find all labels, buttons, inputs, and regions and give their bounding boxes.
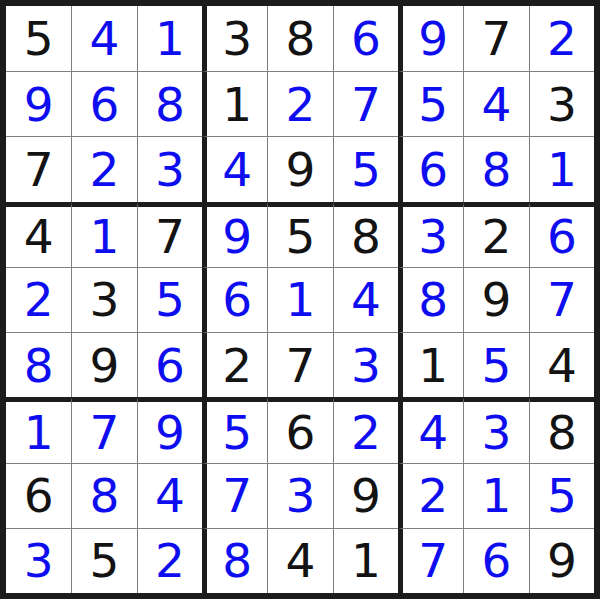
sudoku-cell-r3c3[interactable]: 3 bbox=[137, 136, 202, 201]
sudoku-cell-r3c2[interactable]: 2 bbox=[71, 136, 136, 201]
sudoku-cell-r9c2[interactable]: 5 bbox=[71, 528, 136, 593]
sudoku-cell-r8c5[interactable]: 3 bbox=[267, 463, 332, 528]
sudoku-cell-r2c4[interactable]: 1 bbox=[202, 71, 267, 136]
sudoku-cell-r4c9[interactable]: 6 bbox=[529, 202, 594, 267]
sudoku-cell-r7c2[interactable]: 7 bbox=[71, 397, 136, 462]
sudoku-cell-r3c8[interactable]: 8 bbox=[463, 136, 528, 201]
sudoku-cell-r7c1[interactable]: 1 bbox=[6, 397, 71, 462]
sudoku-cell-r4c1[interactable]: 4 bbox=[6, 202, 71, 267]
sudoku-cell-r6c3[interactable]: 6 bbox=[137, 332, 202, 397]
sudoku-cell-r6c5[interactable]: 7 bbox=[267, 332, 332, 397]
sudoku-cell-r5c4[interactable]: 6 bbox=[202, 267, 267, 332]
sudoku-cell-r5c8[interactable]: 9 bbox=[463, 267, 528, 332]
sudoku-cell-r7c3[interactable]: 9 bbox=[137, 397, 202, 462]
sudoku-cell-r7c6[interactable]: 2 bbox=[333, 397, 398, 462]
sudoku-cell-r6c4[interactable]: 2 bbox=[202, 332, 267, 397]
sudoku-cell-r2c2[interactable]: 6 bbox=[71, 71, 136, 136]
sudoku-cell-r1c6[interactable]: 6 bbox=[333, 6, 398, 71]
sudoku-cell-r5c6[interactable]: 4 bbox=[333, 267, 398, 332]
sudoku-cell-r4c5[interactable]: 5 bbox=[267, 202, 332, 267]
sudoku-board: 5413869729681275437234956814179583262356… bbox=[0, 0, 600, 599]
sudoku-cell-r3c5[interactable]: 9 bbox=[267, 136, 332, 201]
sudoku-cell-r1c2[interactable]: 4 bbox=[71, 6, 136, 71]
sudoku-cell-r2c5[interactable]: 2 bbox=[267, 71, 332, 136]
sudoku-cell-r6c6[interactable]: 3 bbox=[333, 332, 398, 397]
sudoku-cell-r6c9[interactable]: 4 bbox=[529, 332, 594, 397]
sudoku-cell-r9c3[interactable]: 2 bbox=[137, 528, 202, 593]
sudoku-cell-r4c2[interactable]: 1 bbox=[71, 202, 136, 267]
sudoku-cell-r1c4[interactable]: 3 bbox=[202, 6, 267, 71]
sudoku-cell-r2c8[interactable]: 4 bbox=[463, 71, 528, 136]
sudoku-cell-r5c1[interactable]: 2 bbox=[6, 267, 71, 332]
sudoku-cell-r9c1[interactable]: 3 bbox=[6, 528, 71, 593]
sudoku-cell-r6c7[interactable]: 1 bbox=[398, 332, 463, 397]
sudoku-cell-r8c7[interactable]: 2 bbox=[398, 463, 463, 528]
sudoku-cell-r3c6[interactable]: 5 bbox=[333, 136, 398, 201]
sudoku-cell-r3c1[interactable]: 7 bbox=[6, 136, 71, 201]
sudoku-cell-r4c7[interactable]: 3 bbox=[398, 202, 463, 267]
sudoku-cell-r5c7[interactable]: 8 bbox=[398, 267, 463, 332]
sudoku-cell-r4c3[interactable]: 7 bbox=[137, 202, 202, 267]
sudoku-cell-r2c3[interactable]: 8 bbox=[137, 71, 202, 136]
sudoku-cell-r7c8[interactable]: 3 bbox=[463, 397, 528, 462]
sudoku-cell-r1c3[interactable]: 1 bbox=[137, 6, 202, 71]
sudoku-cell-r8c9[interactable]: 5 bbox=[529, 463, 594, 528]
sudoku-cell-r3c9[interactable]: 1 bbox=[529, 136, 594, 201]
sudoku-cell-r9c8[interactable]: 6 bbox=[463, 528, 528, 593]
sudoku-cell-r1c8[interactable]: 7 bbox=[463, 6, 528, 71]
sudoku-cell-r8c1[interactable]: 6 bbox=[6, 463, 71, 528]
sudoku-cell-r1c7[interactable]: 9 bbox=[398, 6, 463, 71]
sudoku-cell-r2c7[interactable]: 5 bbox=[398, 71, 463, 136]
sudoku-cell-r7c5[interactable]: 6 bbox=[267, 397, 332, 462]
sudoku-cell-r9c4[interactable]: 8 bbox=[202, 528, 267, 593]
sudoku-cell-r3c7[interactable]: 6 bbox=[398, 136, 463, 201]
sudoku-cell-r4c4[interactable]: 9 bbox=[202, 202, 267, 267]
sudoku-cell-r2c6[interactable]: 7 bbox=[333, 71, 398, 136]
sudoku-cell-r5c5[interactable]: 1 bbox=[267, 267, 332, 332]
sudoku-cell-r8c3[interactable]: 4 bbox=[137, 463, 202, 528]
sudoku-cell-r1c5[interactable]: 8 bbox=[267, 6, 332, 71]
sudoku-cell-r3c4[interactable]: 4 bbox=[202, 136, 267, 201]
sudoku-cell-r7c4[interactable]: 5 bbox=[202, 397, 267, 462]
sudoku-cell-r9c6[interactable]: 1 bbox=[333, 528, 398, 593]
sudoku-cell-r8c2[interactable]: 8 bbox=[71, 463, 136, 528]
sudoku-cell-r5c3[interactable]: 5 bbox=[137, 267, 202, 332]
sudoku-cell-r8c4[interactable]: 7 bbox=[202, 463, 267, 528]
sudoku-cell-r1c1[interactable]: 5 bbox=[6, 6, 71, 71]
sudoku-cell-r4c6[interactable]: 8 bbox=[333, 202, 398, 267]
sudoku-cell-r2c1[interactable]: 9 bbox=[6, 71, 71, 136]
sudoku-cell-r5c9[interactable]: 7 bbox=[529, 267, 594, 332]
sudoku-cell-r1c9[interactable]: 2 bbox=[529, 6, 594, 71]
sudoku-cell-r7c7[interactable]: 4 bbox=[398, 397, 463, 462]
sudoku-cell-r9c5[interactable]: 4 bbox=[267, 528, 332, 593]
sudoku-cell-r6c8[interactable]: 5 bbox=[463, 332, 528, 397]
sudoku-cell-r8c8[interactable]: 1 bbox=[463, 463, 528, 528]
sudoku-cell-r9c9[interactable]: 9 bbox=[529, 528, 594, 593]
sudoku-cell-r6c1[interactable]: 8 bbox=[6, 332, 71, 397]
sudoku-cell-r8c6[interactable]: 9 bbox=[333, 463, 398, 528]
sudoku-cell-r4c8[interactable]: 2 bbox=[463, 202, 528, 267]
sudoku-cell-r7c9[interactable]: 8 bbox=[529, 397, 594, 462]
sudoku-cell-r6c2[interactable]: 9 bbox=[71, 332, 136, 397]
sudoku-cell-r9c7[interactable]: 7 bbox=[398, 528, 463, 593]
sudoku-cell-r5c2[interactable]: 3 bbox=[71, 267, 136, 332]
sudoku-cell-r2c9[interactable]: 3 bbox=[529, 71, 594, 136]
